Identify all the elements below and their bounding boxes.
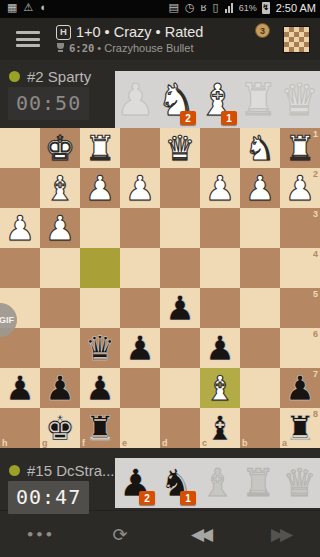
square-e7[interactable] bbox=[120, 368, 160, 408]
rank-label: 3 bbox=[313, 209, 318, 219]
pocket-count-badge: 1 bbox=[180, 491, 196, 505]
signal-icon bbox=[225, 3, 234, 13]
square-d4[interactable] bbox=[160, 248, 200, 288]
pocket-count-badge: 1 bbox=[221, 111, 237, 125]
square-e6[interactable]: ♟ bbox=[120, 328, 160, 368]
spectators-count-badge: 3 bbox=[255, 23, 270, 38]
square-g4[interactable] bbox=[40, 248, 80, 288]
square-f2[interactable]: ♟ bbox=[80, 168, 120, 208]
pocket-black-pawn[interactable]: ♟2 bbox=[115, 458, 156, 508]
square-c1[interactable] bbox=[200, 128, 240, 168]
square-g8[interactable]: ♚g bbox=[40, 408, 80, 448]
square-f7[interactable]: ♟ bbox=[80, 368, 120, 408]
square-d7[interactable] bbox=[160, 368, 200, 408]
player-top-name[interactable]: #2 Sparty bbox=[27, 68, 91, 85]
more-options-button[interactable]: ••• bbox=[10, 511, 70, 557]
white-rook: ♜ bbox=[285, 128, 315, 168]
file-label: b bbox=[242, 438, 248, 448]
white-pawn-ghost: ♟ bbox=[116, 78, 155, 122]
rank-label: 7 bbox=[313, 369, 318, 379]
black-bishop-ghost: ♝ bbox=[200, 464, 234, 502]
forward-button[interactable]: ▶▶ bbox=[250, 511, 310, 557]
white-rook-ghost: ♜ bbox=[239, 78, 278, 122]
alarm-icon: ◷ bbox=[185, 0, 195, 16]
square-h1[interactable] bbox=[0, 128, 40, 168]
pocket-black-knight[interactable]: ♞1 bbox=[156, 458, 197, 508]
player-top-clock: 00:50 bbox=[8, 87, 89, 120]
square-g5[interactable] bbox=[40, 288, 80, 328]
square-g6[interactable] bbox=[40, 328, 80, 368]
battery-percent: 61% bbox=[239, 3, 257, 13]
player-bottom-name[interactable]: #15 DcStra... bbox=[27, 462, 115, 479]
pocket-white-pawn[interactable]: ♟ bbox=[115, 71, 156, 128]
square-f3[interactable] bbox=[80, 208, 120, 248]
square-d6[interactable] bbox=[160, 328, 200, 368]
square-c5[interactable] bbox=[200, 288, 240, 328]
black-king: ♚ bbox=[45, 408, 75, 448]
square-a4[interactable]: 4 bbox=[280, 248, 320, 288]
square-e2[interactable]: ♟ bbox=[120, 168, 160, 208]
white-knight: ♞ bbox=[245, 128, 275, 168]
square-f6[interactable]: ♛ bbox=[80, 328, 120, 368]
rank-label: 2 bbox=[313, 169, 318, 179]
pocket-white-rook[interactable]: ♜ bbox=[238, 71, 279, 128]
white-bishop: ♝ bbox=[205, 368, 235, 408]
app-notification-icon: ▦ bbox=[7, 0, 17, 16]
pocket-black-bishop[interactable]: ♝ bbox=[197, 458, 238, 508]
square-g1[interactable]: ♚ bbox=[40, 128, 80, 168]
square-g2[interactable]: ♝ bbox=[40, 168, 80, 208]
player-bottom-section: #15 DcStra... 00:47 ♟2♞1♝♜♛ bbox=[0, 448, 320, 510]
square-e8[interactable]: e bbox=[120, 408, 160, 448]
game-title-block: H 1+0 • Crazy • Rated 6:20 • Crazyhouse … bbox=[56, 24, 203, 54]
white-pawn: ♟ bbox=[245, 168, 275, 208]
rank-label: 4 bbox=[313, 249, 318, 259]
square-e3[interactable] bbox=[120, 208, 160, 248]
square-a1[interactable]: ♜1 bbox=[280, 128, 320, 168]
square-g7[interactable]: ♟ bbox=[40, 368, 80, 408]
player-bottom-clock: 00:47 bbox=[8, 481, 89, 514]
square-a5[interactable]: 5 bbox=[280, 288, 320, 328]
square-h4[interactable] bbox=[0, 248, 40, 288]
square-c2[interactable]: ♟ bbox=[200, 168, 240, 208]
square-a8[interactable]: ♜a8 bbox=[280, 408, 320, 448]
square-c8[interactable]: ♝c bbox=[200, 408, 240, 448]
square-a7[interactable]: ♟7 bbox=[280, 368, 320, 408]
square-c3[interactable] bbox=[200, 208, 240, 248]
black-pawn: ♟ bbox=[45, 368, 75, 408]
rank-label: 8 bbox=[313, 409, 318, 419]
white-queen: ♛ bbox=[165, 128, 195, 168]
square-h3[interactable]: ♟ bbox=[0, 208, 40, 248]
white-pawn: ♟ bbox=[125, 168, 155, 208]
status-time: 2:50 AM bbox=[276, 2, 316, 14]
square-d2[interactable] bbox=[160, 168, 200, 208]
online-dot bbox=[9, 465, 20, 476]
spectators-icon[interactable]: 3 bbox=[241, 28, 267, 50]
white-pawn: ♟ bbox=[45, 208, 75, 248]
square-b2[interactable]: ♟ bbox=[240, 168, 280, 208]
square-a2[interactable]: ♟2 bbox=[280, 168, 320, 208]
white-queen-ghost: ♛ bbox=[280, 78, 319, 122]
square-b4[interactable] bbox=[240, 248, 280, 288]
tournament-clock: 6:20 bbox=[69, 42, 94, 54]
sim-alert-icon: ▯ bbox=[213, 0, 219, 16]
crazyhouse-variant-icon: H bbox=[56, 25, 71, 40]
black-pawn: ♟ bbox=[85, 368, 115, 408]
file-label: h bbox=[2, 438, 8, 448]
square-a6[interactable]: 6 bbox=[280, 328, 320, 368]
square-b8[interactable]: b bbox=[240, 408, 280, 448]
status-left-icons: ▦⚠◖ bbox=[4, 0, 49, 18]
status-right: 61% ↯ 2:50 AM bbox=[222, 3, 316, 15]
white-king: ♚ bbox=[45, 128, 75, 168]
pocket-white-queen[interactable]: ♛ bbox=[279, 71, 320, 128]
black-queen-ghost: ♛ bbox=[282, 464, 316, 502]
square-b1[interactable]: ♞ bbox=[240, 128, 280, 168]
square-d1[interactable]: ♛ bbox=[160, 128, 200, 168]
game-title: 1+0 • Crazy • Rated bbox=[76, 24, 203, 41]
black-rook-ghost: ♜ bbox=[241, 464, 275, 502]
square-b3[interactable] bbox=[240, 208, 280, 248]
pocket-white-bishop[interactable]: ♝1 bbox=[197, 71, 238, 128]
pocket-count-badge: 2 bbox=[180, 111, 196, 125]
rank-label: 1 bbox=[313, 129, 318, 139]
headset-icon: ◖ bbox=[39, 0, 46, 16]
android-status-bar: ▦⚠◖ ▤◷ʁ▯ 61% ↯ 2:50 AM bbox=[0, 0, 320, 18]
square-e4[interactable] bbox=[120, 248, 160, 288]
square-c4[interactable] bbox=[200, 248, 240, 288]
trophy-icon bbox=[56, 43, 65, 52]
black-rook: ♜ bbox=[85, 408, 115, 448]
file-label: a bbox=[282, 438, 287, 448]
white-pawn: ♟ bbox=[5, 208, 35, 248]
bottom-toolbar: ••• ⟳ ◀◀ ▶▶ bbox=[0, 510, 320, 557]
square-a3[interactable]: 3 bbox=[280, 208, 320, 248]
square-g3[interactable]: ♟ bbox=[40, 208, 80, 248]
cast-icon: ▤ bbox=[169, 0, 179, 16]
game-subtitle: • Crazyhouse Bullet bbox=[97, 42, 193, 55]
black-pawn: ♟ bbox=[285, 368, 315, 408]
square-e1[interactable] bbox=[120, 128, 160, 168]
white-pawn: ♟ bbox=[205, 168, 235, 208]
file-label: e bbox=[122, 438, 127, 448]
chess-board[interactable]: GIF ♚♜♛♞♜1♝♟♟♟♟♟2♟♟34♟5♛♟♟6♟♟♟♝♟7h♚g♜fed… bbox=[0, 128, 320, 448]
square-b6[interactable] bbox=[240, 328, 280, 368]
warning-icon: ⚠ bbox=[23, 0, 33, 16]
white-pawn: ♟ bbox=[285, 168, 315, 208]
square-h2[interactable] bbox=[0, 168, 40, 208]
online-dot bbox=[9, 71, 20, 82]
square-e5[interactable] bbox=[120, 288, 160, 328]
rewind-button[interactable]: ◀◀ bbox=[170, 511, 230, 557]
square-d8[interactable]: d bbox=[160, 408, 200, 448]
black-pawn: ♟ bbox=[205, 328, 235, 368]
white-rook: ♜ bbox=[85, 128, 115, 168]
rank-label: 5 bbox=[313, 289, 318, 299]
square-d3[interactable] bbox=[160, 208, 200, 248]
battery-icon: ↯ bbox=[262, 2, 270, 14]
black-queen: ♛ bbox=[85, 328, 115, 368]
square-c6[interactable]: ♟ bbox=[200, 328, 240, 368]
square-b5[interactable] bbox=[240, 288, 280, 328]
flip-board-button[interactable]: ⟳ bbox=[90, 511, 150, 557]
white-bishop: ♝ bbox=[45, 168, 75, 208]
square-h8[interactable]: h bbox=[0, 408, 40, 448]
file-label: d bbox=[162, 438, 168, 448]
pocket-white-knight[interactable]: ♞2 bbox=[156, 71, 197, 128]
rank-label: 6 bbox=[313, 329, 318, 339]
file-label: c bbox=[202, 438, 207, 448]
black-pawn: ♟ bbox=[5, 368, 35, 408]
pocket-count-badge: 2 bbox=[139, 491, 155, 505]
pocket-black-rook[interactable]: ♜ bbox=[238, 458, 279, 508]
pocket-tray-black: ♟2♞1♝♜♛ bbox=[115, 458, 320, 508]
black-rook: ♜ bbox=[285, 408, 315, 448]
square-f5[interactable] bbox=[80, 288, 120, 328]
white-pawn: ♟ bbox=[85, 168, 115, 208]
pocket-tray-white: ♟♞2♝1♜♛ bbox=[115, 71, 320, 128]
black-pawn: ♟ bbox=[165, 288, 195, 328]
square-c7[interactable]: ♝ bbox=[200, 368, 240, 408]
file-label: f bbox=[82, 438, 85, 448]
square-b7[interactable] bbox=[240, 368, 280, 408]
square-f8[interactable]: ♜f bbox=[80, 408, 120, 448]
board-menu-icon[interactable] bbox=[283, 26, 310, 53]
gif-label: GIF bbox=[0, 315, 14, 325]
pocket-black-queen[interactable]: ♛ bbox=[279, 458, 320, 508]
square-h7[interactable]: ♟ bbox=[0, 368, 40, 408]
status-mid-icons: ▤◷ʁ▯ bbox=[166, 0, 222, 18]
black-pawn: ♟ bbox=[125, 328, 155, 368]
player-top-section: #2 Sparty 00:50 ♟♞2♝1♜♛ bbox=[0, 60, 320, 128]
hotspot-icon: ʁ bbox=[201, 0, 207, 16]
square-f4[interactable] bbox=[80, 248, 120, 288]
file-label: g bbox=[42, 438, 48, 448]
square-f1[interactable]: ♜ bbox=[80, 128, 120, 168]
square-d5[interactable]: ♟ bbox=[160, 288, 200, 328]
menu-hamburger-icon[interactable] bbox=[16, 31, 40, 47]
app-header: H 1+0 • Crazy • Rated 6:20 • Crazyhouse … bbox=[0, 18, 320, 60]
black-bishop: ♝ bbox=[205, 408, 235, 448]
